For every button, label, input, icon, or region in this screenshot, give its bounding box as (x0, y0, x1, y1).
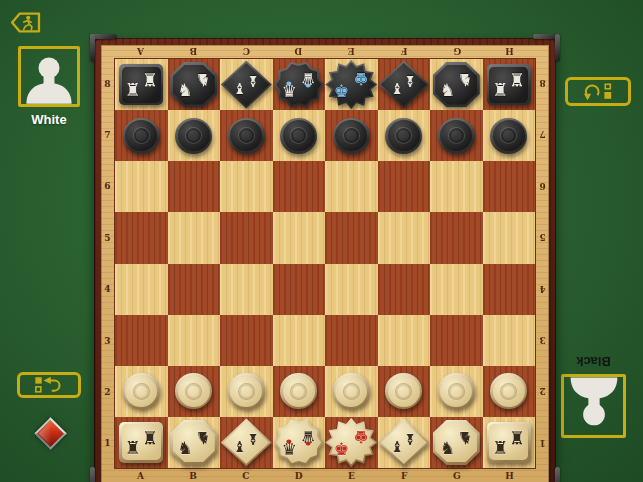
rank-label-3-right: 3 (536, 315, 549, 366)
square-g2[interactable] (430, 366, 483, 417)
piece-white-queen[interactable]: ♛♛ (274, 418, 324, 466)
red-diamond-gem-icon[interactable] (34, 417, 67, 450)
file-label-d-top: D (272, 45, 325, 58)
square-g1[interactable]: ♞♞ (430, 417, 483, 468)
file-label-d-bottom: D (272, 469, 325, 482)
rank-label-6-left: 6 (101, 161, 114, 212)
piece-white-pawn[interactable] (438, 373, 475, 409)
square-b8[interactable]: ♞♞ (168, 59, 221, 110)
runner-exit-icon (9, 10, 43, 35)
black-avatar[interactable] (561, 374, 626, 438)
file-label-g-bottom: G (431, 469, 484, 482)
square-a5[interactable] (115, 212, 168, 263)
chess-board: ABCDEFGH ABCDEFGH 87654321 87654321 ♜♜♞♞… (94, 38, 556, 482)
rotate-board-button[interactable] (565, 77, 631, 106)
square-d1[interactable]: ♛♛ (273, 417, 326, 468)
square-c6[interactable] (220, 161, 273, 212)
square-a8[interactable]: ♜♜ (115, 59, 168, 110)
exit-game-button[interactable] (9, 10, 43, 35)
square-g3[interactable] (430, 315, 483, 366)
file-label-f-top: F (378, 45, 431, 58)
square-d3[interactable] (273, 315, 326, 366)
square-g5[interactable] (430, 212, 483, 263)
black-player-panel: Black (561, 354, 626, 438)
board-squares: ♜♜♞♞♝♝♛♛♚♚♝♝♞♞♜♜♜♜♞♞♝♝♛♛♚♚♝♝♞♞♜♜ (114, 58, 536, 469)
piece-white-king[interactable]: ♚♚ (325, 418, 377, 467)
piece-black-pawn[interactable] (228, 118, 265, 154)
file-label-b-bottom: B (167, 469, 220, 482)
square-b5[interactable] (168, 212, 221, 263)
piece-black-knight[interactable]: ♞♞ (170, 62, 217, 107)
rank-label-3-left: 3 (101, 315, 114, 366)
square-a3[interactable] (115, 315, 168, 366)
square-g6[interactable] (430, 161, 483, 212)
rotate-board-icon (576, 82, 620, 102)
square-e2[interactable] (325, 366, 378, 417)
square-h7[interactable] (483, 110, 536, 161)
piece-white-pawn[interactable] (228, 373, 265, 409)
square-h1[interactable]: ♜♜ (483, 417, 536, 468)
rank-label-8-left: 8 (101, 58, 114, 109)
square-d8[interactable]: ♛♛ (273, 59, 326, 110)
white-player-label: White (18, 112, 80, 127)
piece-black-rook[interactable]: ♜♜ (119, 64, 163, 105)
square-c1[interactable]: ♝♝ (220, 417, 273, 468)
piece-black-king[interactable]: ♚♚ (325, 60, 377, 109)
piece-black-rook[interactable]: ♜♜ (487, 64, 531, 105)
piece-black-pawn[interactable] (438, 118, 475, 154)
piece-black-pawn[interactable] (333, 118, 370, 154)
white-avatar[interactable] (18, 46, 80, 107)
undo-move-button[interactable] (17, 372, 81, 398)
square-d5[interactable] (273, 212, 326, 263)
square-b6[interactable] (168, 161, 221, 212)
person-silhouette-icon (21, 52, 77, 104)
square-d2[interactable] (273, 366, 326, 417)
file-label-b-top: B (167, 45, 220, 58)
piece-white-bishop[interactable]: ♝♝ (221, 418, 272, 466)
piece-black-bishop[interactable]: ♝♝ (378, 61, 429, 109)
piece-white-pawn[interactable] (175, 373, 212, 409)
square-d7[interactable] (273, 110, 326, 161)
rank-label-5-right: 5 (536, 212, 549, 263)
person-silhouette-icon (565, 377, 623, 431)
square-c5[interactable] (220, 212, 273, 263)
square-a4[interactable] (115, 264, 168, 315)
piece-black-pawn[interactable] (280, 118, 317, 154)
square-c8[interactable]: ♝♝ (220, 59, 273, 110)
square-h4[interactable] (483, 264, 536, 315)
rank-label-8-right: 8 (536, 58, 549, 109)
square-c4[interactable] (220, 264, 273, 315)
square-h8[interactable]: ♜♜ (483, 59, 536, 110)
square-e4[interactable] (325, 264, 378, 315)
square-f6[interactable] (378, 161, 431, 212)
file-label-c-top: C (220, 45, 273, 58)
piece-white-pawn[interactable] (490, 373, 527, 409)
rank-label-4-left: 4 (101, 264, 114, 315)
piece-black-pawn[interactable] (490, 118, 527, 154)
piece-white-knight[interactable]: ♞♞ (170, 420, 217, 465)
square-g7[interactable] (430, 110, 483, 161)
square-f7[interactable] (378, 110, 431, 161)
file-label-g-top: G (431, 45, 484, 58)
piece-white-bishop[interactable]: ♝♝ (378, 418, 429, 466)
square-f5[interactable] (378, 212, 431, 263)
square-g8[interactable]: ♞♞ (430, 59, 483, 110)
rank-label-2-right: 2 (536, 366, 549, 417)
square-h5[interactable] (483, 212, 536, 263)
square-f1[interactable]: ♝♝ (378, 417, 431, 468)
square-f4[interactable] (378, 264, 431, 315)
rank-label-7-right: 7 (536, 109, 549, 160)
piece-black-pawn[interactable] (385, 118, 422, 154)
rank-labels-left: 87654321 (101, 58, 114, 469)
square-d6[interactable] (273, 161, 326, 212)
square-a1[interactable]: ♜♜ (115, 417, 168, 468)
square-f8[interactable]: ♝♝ (378, 59, 431, 110)
rank-label-5-left: 5 (101, 212, 114, 263)
rank-label-1-left: 1 (101, 418, 114, 469)
piece-white-pawn[interactable] (385, 373, 422, 409)
piece-white-rook[interactable]: ♜♜ (487, 422, 531, 463)
square-f3[interactable] (378, 315, 431, 366)
square-e8[interactable]: ♚♚ (325, 59, 378, 110)
square-a6[interactable] (115, 161, 168, 212)
square-b4[interactable] (168, 264, 221, 315)
square-g4[interactable] (430, 264, 483, 315)
square-c3[interactable] (220, 315, 273, 366)
square-b7[interactable] (168, 110, 221, 161)
square-h3[interactable] (483, 315, 536, 366)
file-labels-top: ABCDEFGH (114, 45, 536, 58)
file-label-f-bottom: F (378, 469, 431, 482)
file-label-a-top: A (114, 45, 167, 58)
board-coordinate-border: ABCDEFGH ABCDEFGH 87654321 87654321 ♜♜♞♞… (101, 45, 549, 482)
piece-black-queen[interactable]: ♛♛ (274, 61, 324, 109)
square-e6[interactable] (325, 161, 378, 212)
file-label-h-bottom: H (483, 469, 536, 482)
square-b2[interactable] (168, 366, 221, 417)
rank-label-4-right: 4 (536, 264, 549, 315)
piece-white-rook[interactable]: ♜♜ (119, 422, 163, 463)
piece-white-knight[interactable]: ♞♞ (433, 420, 480, 465)
square-b3[interactable] (168, 315, 221, 366)
file-label-e-bottom: E (325, 469, 378, 482)
file-label-c-bottom: C (220, 469, 273, 482)
white-player-panel: White (18, 46, 80, 127)
square-h6[interactable] (483, 161, 536, 212)
square-b1[interactable]: ♞♞ (168, 417, 221, 468)
black-player-label: Black (561, 354, 626, 369)
file-label-e-top: E (325, 45, 378, 58)
file-labels-bottom: ABCDEFGH (114, 469, 536, 482)
piece-white-pawn[interactable] (123, 373, 160, 409)
square-e1[interactable]: ♚♚ (325, 417, 378, 468)
square-f2[interactable] (378, 366, 431, 417)
square-c2[interactable] (220, 366, 273, 417)
square-d4[interactable] (273, 264, 326, 315)
piece-black-bishop[interactable]: ♝♝ (221, 61, 272, 109)
square-e5[interactable] (325, 212, 378, 263)
square-c7[interactable] (220, 110, 273, 161)
square-e7[interactable] (325, 110, 378, 161)
rank-label-6-right: 6 (536, 161, 549, 212)
undo-move-icon (27, 375, 71, 395)
square-a2[interactable] (115, 366, 168, 417)
piece-white-pawn[interactable] (280, 373, 317, 409)
file-label-a-bottom: A (114, 469, 167, 482)
piece-white-pawn[interactable] (333, 373, 370, 409)
rank-labels-right: 87654321 (536, 58, 549, 469)
piece-black-pawn[interactable] (123, 118, 160, 154)
rank-label-2-left: 2 (101, 366, 114, 417)
square-e3[interactable] (325, 315, 378, 366)
file-label-h-top: H (483, 45, 536, 58)
rank-label-7-left: 7 (101, 109, 114, 160)
square-a7[interactable] (115, 110, 168, 161)
piece-black-pawn[interactable] (175, 118, 212, 154)
square-h2[interactable] (483, 366, 536, 417)
piece-black-knight[interactable]: ♞♞ (433, 62, 480, 107)
rank-label-1-right: 1 (536, 418, 549, 469)
